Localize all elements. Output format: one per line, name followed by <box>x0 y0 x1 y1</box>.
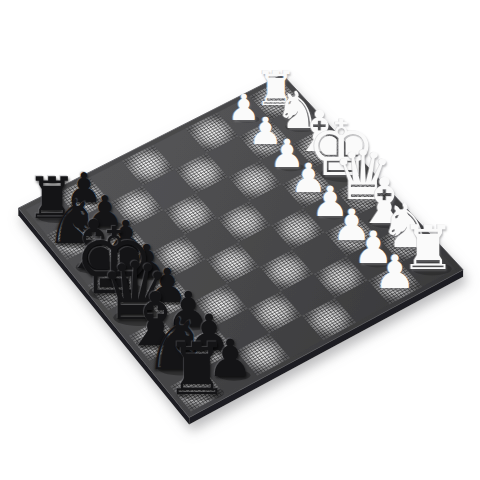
chess-product-scene: ♜♟♞♟♝♟♚♟♛♟♟♜♝♟♟♞♞♟♟♝♜♟♟♚♟♛♟♝♟♞♟♜ <box>0 0 480 480</box>
piece-white-pawn-a2[interactable]: ♟ <box>374 249 415 295</box>
piece-black-rook-a8[interactable]: ♜ <box>165 334 229 406</box>
